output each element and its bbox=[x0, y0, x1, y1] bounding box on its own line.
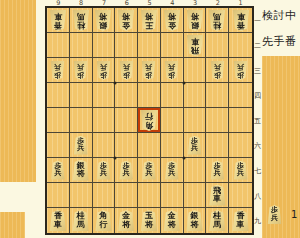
piece-kanji: 車 bbox=[54, 12, 62, 21]
piece-kanji: 歩 bbox=[54, 70, 61, 78]
piece-kanji: 車 bbox=[237, 221, 245, 230]
board-cell[interactable] bbox=[206, 108, 229, 133]
board-cell[interactable] bbox=[138, 133, 161, 158]
piece-kanji: 飛 bbox=[191, 45, 199, 54]
board-cell[interactable] bbox=[115, 83, 138, 108]
piece-kanji: 行 bbox=[145, 112, 153, 121]
board-cell[interactable]: 桂馬 bbox=[206, 208, 229, 233]
board-cell[interactable] bbox=[93, 183, 116, 208]
piece-kanji: 銀 bbox=[99, 20, 107, 29]
board-cell[interactable] bbox=[206, 33, 229, 58]
piece-kanji: 歩 bbox=[237, 70, 244, 78]
shogi-piece: 歩兵 bbox=[96, 61, 111, 80]
board-cell[interactable]: 桂馬 bbox=[70, 8, 93, 33]
piece-kanji: 歩 bbox=[145, 70, 152, 78]
board-cell[interactable] bbox=[206, 133, 229, 158]
board-cell[interactable] bbox=[161, 83, 184, 108]
board-cell[interactable] bbox=[161, 108, 184, 133]
piece-kanji: 歩 bbox=[123, 70, 130, 78]
piece-kanji: 兵 bbox=[77, 63, 84, 71]
board-cell[interactable]: 桂馬 bbox=[206, 8, 229, 33]
board-cell[interactable] bbox=[47, 133, 70, 158]
board-cell[interactable]: 歩兵 bbox=[184, 133, 207, 158]
board-cell[interactable]: 歩兵 bbox=[138, 158, 161, 183]
piece-kanji: 兵 bbox=[54, 63, 61, 71]
board-cell[interactable] bbox=[70, 183, 93, 208]
rank-label: 七 bbox=[253, 158, 262, 183]
piece-kanji: 将 bbox=[168, 12, 176, 21]
shogi-piece: 銀将 bbox=[72, 160, 90, 181]
piece-kanji: 馬 bbox=[77, 221, 85, 230]
shogi-piece: 歩兵 bbox=[96, 161, 111, 180]
board-cell[interactable] bbox=[115, 183, 138, 208]
shogi-piece: 香車 bbox=[49, 210, 67, 231]
shogi-piece: 桂馬 bbox=[72, 10, 90, 31]
board-cell[interactable]: 歩兵 bbox=[115, 158, 138, 183]
piece-kanji: 兵 bbox=[237, 63, 244, 71]
board-cell[interactable] bbox=[70, 83, 93, 108]
shogi-piece: 歩兵 bbox=[233, 61, 248, 80]
board-cell[interactable]: 歩兵 bbox=[161, 58, 184, 83]
board-cell[interactable]: 歩兵 bbox=[229, 158, 252, 183]
piece-kanji: 兵 bbox=[214, 170, 221, 178]
board-cell[interactable] bbox=[229, 108, 252, 133]
piece-kanji: 歩 bbox=[214, 70, 221, 78]
shogi-piece: 金将 bbox=[163, 10, 181, 31]
board-cell[interactable]: 香車 bbox=[47, 8, 70, 33]
piece-kanji: 兵 bbox=[100, 170, 107, 178]
piece-kanji: 車 bbox=[213, 195, 221, 204]
piece-kanji: 将 bbox=[122, 12, 130, 21]
piece-kanji: 兵 bbox=[54, 170, 61, 178]
turn-indicator-label: 先手番 bbox=[262, 34, 297, 49]
piece-kanji: 将 bbox=[145, 12, 153, 21]
shogi-piece: 角行 bbox=[94, 210, 112, 231]
gote-piece-stand bbox=[0, 0, 36, 182]
shogi-piece: 歩兵 bbox=[119, 61, 134, 80]
shogi-piece: 香車 bbox=[49, 10, 67, 31]
rank-label: 一 bbox=[253, 8, 262, 33]
board-cell[interactable]: 玉将 bbox=[138, 208, 161, 233]
board-cell[interactable] bbox=[138, 183, 161, 208]
piece-kanji: 歩 bbox=[77, 70, 84, 78]
board-cell[interactable]: 桂馬 bbox=[70, 208, 93, 233]
board-cell[interactable] bbox=[184, 58, 207, 83]
board-cell[interactable] bbox=[138, 83, 161, 108]
board-cell[interactable]: 銀将 bbox=[184, 208, 207, 233]
hoshi-dot bbox=[114, 157, 117, 160]
shogi-piece: 歩兵 bbox=[73, 136, 88, 155]
piece-kanji: 兵 bbox=[191, 145, 198, 153]
shogi-piece: 歩兵 bbox=[164, 61, 179, 80]
shogi-piece: 王将 bbox=[140, 10, 158, 31]
rank-label: 八 bbox=[253, 183, 262, 208]
shogi-piece: 銀将 bbox=[94, 10, 112, 31]
piece-kanji: 兵 bbox=[271, 215, 278, 223]
piece-kanji: 馬 bbox=[213, 221, 221, 230]
board-cell[interactable] bbox=[47, 183, 70, 208]
piece-kanji: 兵 bbox=[145, 170, 152, 178]
board-cell[interactable] bbox=[184, 108, 207, 133]
rank-label: 二 bbox=[253, 33, 262, 58]
piece-kanji: 歩 bbox=[168, 70, 175, 78]
board-cell[interactable] bbox=[229, 133, 252, 158]
piece-kanji: 金 bbox=[122, 20, 130, 29]
piece-kanji: 車 bbox=[237, 12, 245, 21]
shogi-piece: 歩兵 bbox=[141, 161, 156, 180]
piece-kanji: 車 bbox=[191, 37, 199, 46]
piece-kanji: 兵 bbox=[214, 63, 221, 71]
rank-label: 六 bbox=[253, 133, 262, 158]
board-cell[interactable]: 香車 bbox=[229, 208, 252, 233]
piece-kanji: 将 bbox=[168, 221, 176, 230]
shogi-board: 香車桂馬銀将金将王将金将銀将桂馬香車飛車歩兵歩兵歩兵歩兵歩兵歩兵歩兵歩兵角行歩兵… bbox=[45, 6, 254, 235]
piece-kanji: 桂 bbox=[213, 20, 221, 29]
board-cell[interactable] bbox=[47, 83, 70, 108]
piece-kanji: 金 bbox=[168, 20, 176, 29]
bottom-left-panel bbox=[0, 212, 25, 238]
piece-kanji: 将 bbox=[145, 221, 153, 230]
board-cell[interactable] bbox=[229, 33, 252, 58]
piece-kanji: 行 bbox=[99, 221, 107, 230]
shogi-piece: 歩兵 bbox=[233, 161, 248, 180]
board-cell[interactable]: 銀将 bbox=[93, 8, 116, 33]
status-label: 検討中 bbox=[262, 8, 297, 23]
board-cell[interactable] bbox=[115, 108, 138, 133]
piece-kanji: 兵 bbox=[123, 63, 130, 71]
shogi-piece: 歩兵 bbox=[119, 161, 134, 180]
board-cell[interactable] bbox=[115, 33, 138, 58]
board-cell[interactable] bbox=[47, 108, 70, 133]
board-cell[interactable] bbox=[206, 83, 229, 108]
board-cell[interactable]: 歩兵 bbox=[47, 58, 70, 83]
piece-kanji: 馬 bbox=[77, 12, 85, 21]
shogi-piece: 歩兵 bbox=[50, 61, 65, 80]
board-cell[interactable]: 香車 bbox=[229, 8, 252, 33]
hoshi-dot bbox=[182, 82, 185, 85]
shogi-piece: 桂馬 bbox=[208, 10, 226, 31]
board-cell[interactable]: 金将 bbox=[161, 8, 184, 33]
board-cell[interactable] bbox=[161, 133, 184, 158]
shogi-piece: 飛車 bbox=[208, 185, 226, 206]
piece-kanji: 兵 bbox=[123, 170, 130, 178]
piece-kanji: 兵 bbox=[168, 170, 175, 178]
board-cell[interactable]: 歩兵 bbox=[115, 58, 138, 83]
board-cell[interactable]: 角行 bbox=[138, 108, 161, 133]
shogi-piece: 香車 bbox=[232, 210, 250, 231]
board-cell[interactable] bbox=[115, 133, 138, 158]
piece-kanji: 兵 bbox=[237, 170, 244, 178]
rank-label: 四 bbox=[253, 83, 262, 108]
board-cell[interactable] bbox=[93, 33, 116, 58]
board-cell[interactable]: 歩兵 bbox=[229, 58, 252, 83]
shogi-piece: 歩兵 bbox=[187, 136, 202, 155]
piece-kanji: 将 bbox=[99, 12, 107, 21]
shogi-piece: 歩兵 bbox=[164, 161, 179, 180]
hand-piece-count: 1 bbox=[291, 209, 297, 220]
piece-kanji: 兵 bbox=[100, 63, 107, 71]
hoshi-dot bbox=[182, 157, 185, 160]
board-cell[interactable]: 歩兵 bbox=[161, 158, 184, 183]
piece-kanji: 角 bbox=[145, 120, 153, 129]
shogi-piece: 金将 bbox=[117, 10, 135, 31]
board-cell[interactable] bbox=[161, 33, 184, 58]
board-cell[interactable]: 銀将 bbox=[184, 8, 207, 33]
shogi-piece: 銀将 bbox=[186, 10, 204, 31]
shogi-piece: 角行 bbox=[140, 110, 158, 131]
shogi-piece: 歩兵 bbox=[73, 61, 88, 80]
piece-kanji: 兵 bbox=[168, 63, 175, 71]
board-cell[interactable]: 銀将 bbox=[70, 158, 93, 183]
board-cell[interactable]: 金将 bbox=[115, 8, 138, 33]
piece-kanji: 馬 bbox=[213, 12, 221, 21]
board-cell[interactable]: 飛車 bbox=[184, 33, 207, 58]
board-cell[interactable]: 歩兵 bbox=[47, 158, 70, 183]
rank-label: 九 bbox=[253, 208, 262, 233]
piece-kanji: 車 bbox=[54, 221, 62, 230]
board-cell[interactable]: 金将 bbox=[115, 208, 138, 233]
piece-kanji: 将 bbox=[191, 12, 199, 21]
piece-kanji: 香 bbox=[237, 20, 245, 29]
board-cell[interactable] bbox=[70, 33, 93, 58]
piece-kanji: 将 bbox=[122, 221, 130, 230]
board-cell[interactable] bbox=[229, 183, 252, 208]
shogi-piece: 金将 bbox=[163, 210, 181, 231]
hoshi-dot bbox=[114, 82, 117, 85]
shogi-piece: 銀将 bbox=[186, 210, 204, 231]
board-cell[interactable]: 歩兵 bbox=[206, 58, 229, 83]
piece-kanji: 王 bbox=[145, 20, 153, 29]
shogi-piece: 桂馬 bbox=[208, 210, 226, 231]
board-cell[interactable] bbox=[184, 158, 207, 183]
piece-kanji: 歩 bbox=[100, 70, 107, 78]
board-cell[interactable]: 王将 bbox=[138, 8, 161, 33]
board-cell[interactable] bbox=[47, 33, 70, 58]
piece-kanji: 銀 bbox=[191, 20, 199, 29]
board-cell[interactable]: 歩兵 bbox=[93, 158, 116, 183]
piece-kanji: 将 bbox=[77, 170, 85, 179]
shogi-piece: 歩兵 bbox=[50, 161, 65, 180]
board-cell[interactable]: 香車 bbox=[47, 208, 70, 233]
board-cell[interactable] bbox=[184, 83, 207, 108]
rank-label: 三 bbox=[253, 58, 262, 83]
piece-kanji: 兵 bbox=[77, 145, 84, 153]
shogi-piece: 金将 bbox=[117, 210, 135, 231]
rank-label: 五 bbox=[253, 108, 262, 133]
board-cell[interactable]: 歩兵 bbox=[206, 158, 229, 183]
board-cell[interactable]: 金将 bbox=[161, 208, 184, 233]
shogi-piece: 歩兵 bbox=[141, 61, 156, 80]
shogi-piece: 歩兵 bbox=[210, 61, 225, 80]
board-cell[interactable] bbox=[93, 83, 116, 108]
shogi-piece: 桂馬 bbox=[72, 210, 90, 231]
board-cell[interactable] bbox=[229, 83, 252, 108]
board-cell[interactable]: 歩兵 bbox=[70, 133, 93, 158]
shogi-piece: 玉将 bbox=[140, 210, 158, 231]
shogi-piece: 歩兵 bbox=[210, 161, 225, 180]
rank-coordinate-labels: 一二三四五六七八九 bbox=[253, 8, 262, 233]
board-cell[interactable] bbox=[184, 183, 207, 208]
board-cell[interactable] bbox=[93, 133, 116, 158]
board-cell[interactable] bbox=[93, 108, 116, 133]
board-cell[interactable]: 角行 bbox=[93, 208, 116, 233]
board-cell[interactable]: 飛車 bbox=[206, 183, 229, 208]
board-cell[interactable] bbox=[161, 183, 184, 208]
board-cell[interactable] bbox=[70, 108, 93, 133]
shogi-piece: 香車 bbox=[232, 10, 250, 31]
shogi-piece: 飛車 bbox=[186, 35, 204, 56]
board-cell[interactable]: 歩兵 bbox=[93, 58, 116, 83]
piece-kanji: 香 bbox=[54, 20, 62, 29]
board-cell[interactable] bbox=[138, 33, 161, 58]
piece-kanji: 将 bbox=[191, 221, 199, 230]
board-cell[interactable]: 歩兵 bbox=[70, 58, 93, 83]
board-cell[interactable]: 歩兵 bbox=[138, 58, 161, 83]
piece-kanji: 兵 bbox=[145, 63, 152, 71]
piece-kanji: 桂 bbox=[77, 20, 85, 29]
